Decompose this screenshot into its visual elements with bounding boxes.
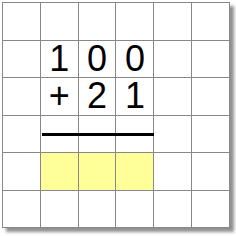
cell-r1c2: [41, 3, 78, 40]
cell-r3c2: +: [41, 78, 78, 115]
cell-r1c6: [192, 3, 229, 40]
sum-line: [42, 133, 154, 136]
cell-r6c6: [192, 191, 229, 228]
cell-r2c6: [192, 41, 229, 78]
cell-r6c3: [79, 191, 116, 228]
cell-r5c1: [3, 153, 40, 190]
cell-r5c5: [154, 153, 191, 190]
cell-r5c6: [192, 153, 229, 190]
answer-cell-r5c4[interactable]: [116, 153, 153, 190]
cell-r3c5: [154, 78, 191, 115]
worksheet-grid: 100+21: [2, 2, 230, 228]
cell-r3c4: 1: [116, 78, 153, 115]
cell-r3c6: [192, 78, 229, 115]
cell-r6c4: [116, 191, 153, 228]
cell-r1c5: [154, 3, 191, 40]
cell-r2c1: [3, 41, 40, 78]
answer-cell-r5c3[interactable]: [79, 153, 116, 190]
cell-r4c5: [154, 116, 191, 153]
cell-r2c5: [154, 41, 191, 78]
cell-r4c6: [192, 116, 229, 153]
cell-r6c2: [41, 191, 78, 228]
answer-cell-r5c2[interactable]: [41, 153, 78, 190]
cell-r1c3: [79, 3, 116, 40]
cell-r3c3: 2: [79, 78, 116, 115]
cell-r4c1: [3, 116, 40, 153]
cell-r6c5: [154, 191, 191, 228]
cell-r2c3: 0: [79, 41, 116, 78]
cell-r2c4: 0: [116, 41, 153, 78]
cell-r6c1: [3, 191, 40, 228]
cell-r3c1: [3, 78, 40, 115]
cell-r1c4: [116, 3, 153, 40]
cell-r2c2: 1: [41, 41, 78, 78]
cell-r1c1: [3, 3, 40, 40]
